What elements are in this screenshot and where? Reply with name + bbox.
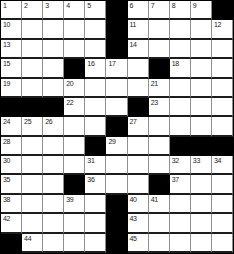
- clue-number: 24: [3, 118, 10, 125]
- white-cell[interactable]: [43, 40, 64, 59]
- white-cell[interactable]: [191, 117, 212, 136]
- clue-number: 12: [214, 21, 221, 28]
- white-cell[interactable]: [191, 79, 212, 98]
- white-cell[interactable]: [22, 20, 43, 39]
- white-cell[interactable]: [22, 79, 43, 98]
- clue-number: 9: [193, 2, 197, 9]
- white-cell[interactable]: 16: [85, 59, 106, 78]
- white-cell[interactable]: 33: [191, 156, 212, 175]
- black-cell: [212, 1, 233, 20]
- white-cell[interactable]: 18: [170, 59, 191, 78]
- white-cell[interactable]: 1: [1, 1, 22, 20]
- white-cell[interactable]: 37: [170, 175, 191, 194]
- white-cell[interactable]: [106, 79, 127, 98]
- white-cell[interactable]: 42: [1, 214, 22, 233]
- white-cell[interactable]: 44: [22, 234, 43, 253]
- white-cell[interactable]: [170, 117, 191, 136]
- white-cell[interactable]: 34: [212, 156, 233, 175]
- white-cell[interactable]: 28: [1, 137, 22, 156]
- clue-number: 30: [3, 157, 10, 164]
- clue-number: 21: [151, 80, 158, 87]
- clue-number: 6: [130, 2, 134, 9]
- white-cell[interactable]: 25: [22, 117, 43, 136]
- clue-number: 22: [66, 99, 73, 106]
- white-cell[interactable]: [212, 234, 233, 253]
- clue-number: 41: [151, 196, 158, 203]
- clue-number: 39: [66, 196, 73, 203]
- white-cell[interactable]: 29: [106, 137, 127, 156]
- white-cell[interactable]: [64, 137, 85, 156]
- white-cell[interactable]: [149, 137, 170, 156]
- white-cell[interactable]: 7: [149, 1, 170, 20]
- white-cell[interactable]: 40: [128, 195, 149, 214]
- white-cell[interactable]: 31: [85, 156, 106, 175]
- clue-number: 14: [130, 41, 137, 48]
- white-cell[interactable]: 3: [43, 1, 64, 20]
- white-cell[interactable]: 11: [128, 20, 149, 39]
- white-cell[interactable]: [43, 20, 64, 39]
- white-cell[interactable]: [22, 214, 43, 233]
- white-cell[interactable]: [149, 20, 170, 39]
- white-cell[interactable]: [43, 137, 64, 156]
- white-cell[interactable]: [149, 40, 170, 59]
- white-cell[interactable]: 35: [1, 175, 22, 194]
- clue-number: 17: [108, 60, 115, 67]
- white-cell[interactable]: [43, 214, 64, 233]
- white-cell[interactable]: [43, 79, 64, 98]
- clue-number: 40: [130, 196, 137, 203]
- white-cell[interactable]: 19: [1, 79, 22, 98]
- white-cell[interactable]: [170, 214, 191, 233]
- black-cell: [64, 175, 85, 194]
- white-cell[interactable]: [191, 20, 212, 39]
- white-cell[interactable]: [85, 234, 106, 253]
- clue-number: 33: [193, 157, 200, 164]
- white-cell[interactable]: [22, 175, 43, 194]
- white-cell[interactable]: [128, 79, 149, 98]
- black-cell: [1, 98, 22, 117]
- white-cell[interactable]: 36: [85, 175, 106, 194]
- white-cell[interactable]: [128, 156, 149, 175]
- black-cell: [106, 195, 127, 214]
- white-cell[interactable]: 21: [149, 79, 170, 98]
- white-cell[interactable]: 32: [170, 156, 191, 175]
- clue-number: 2: [24, 2, 28, 9]
- white-cell[interactable]: [85, 98, 106, 117]
- black-cell: [43, 98, 64, 117]
- white-cell[interactable]: [22, 195, 43, 214]
- white-cell[interactable]: [212, 175, 233, 194]
- white-cell[interactable]: [128, 137, 149, 156]
- clue-number: 29: [108, 138, 115, 145]
- white-cell[interactable]: [212, 40, 233, 59]
- white-cell[interactable]: [149, 214, 170, 233]
- white-cell[interactable]: [128, 59, 149, 78]
- white-cell[interactable]: [212, 79, 233, 98]
- crossword-grid: 1234567891011121314151617181920212223242…: [0, 0, 234, 254]
- clue-number: 20: [66, 80, 73, 87]
- black-cell: [106, 214, 127, 233]
- white-cell[interactable]: [85, 40, 106, 59]
- white-cell[interactable]: 12: [212, 20, 233, 39]
- white-cell[interactable]: [170, 195, 191, 214]
- white-cell[interactable]: [191, 234, 212, 253]
- white-cell[interactable]: [191, 98, 212, 117]
- white-cell[interactable]: [191, 214, 212, 233]
- black-cell: [22, 98, 43, 117]
- white-cell[interactable]: [170, 79, 191, 98]
- white-cell[interactable]: [64, 214, 85, 233]
- clue-number: 45: [130, 235, 137, 242]
- clue-number: 37: [172, 176, 179, 183]
- clue-number: 3: [45, 2, 49, 9]
- white-cell[interactable]: [212, 195, 233, 214]
- white-cell[interactable]: [106, 156, 127, 175]
- clue-number: 42: [3, 215, 10, 222]
- clue-number: 44: [24, 235, 31, 242]
- white-cell[interactable]: [43, 59, 64, 78]
- white-cell[interactable]: 9: [191, 1, 212, 20]
- white-cell[interactable]: [128, 175, 149, 194]
- white-cell[interactable]: 27: [128, 117, 149, 136]
- white-cell[interactable]: 24: [1, 117, 22, 136]
- black-cell: [106, 117, 127, 136]
- white-cell[interactable]: 22: [64, 98, 85, 117]
- white-cell[interactable]: [191, 175, 212, 194]
- white-cell[interactable]: 15: [1, 59, 22, 78]
- white-cell[interactable]: [85, 195, 106, 214]
- white-cell[interactable]: [22, 59, 43, 78]
- white-cell[interactable]: 4: [64, 1, 85, 20]
- white-cell[interactable]: [149, 156, 170, 175]
- clue-number: 25: [24, 118, 31, 125]
- clue-number: 31: [87, 157, 94, 164]
- clue-number: 4: [66, 2, 70, 9]
- white-cell[interactable]: 30: [1, 156, 22, 175]
- white-cell[interactable]: 20: [64, 79, 85, 98]
- clue-number: 10: [3, 21, 10, 28]
- white-cell[interactable]: [43, 234, 64, 253]
- clue-number: 28: [3, 138, 10, 145]
- white-cell[interactable]: [212, 59, 233, 78]
- white-cell[interactable]: [22, 156, 43, 175]
- white-cell[interactable]: [149, 234, 170, 253]
- black-cell: [106, 234, 127, 253]
- clue-number: 38: [3, 196, 10, 203]
- white-cell[interactable]: 5: [85, 1, 106, 20]
- white-cell[interactable]: [22, 137, 43, 156]
- white-cell[interactable]: 38: [1, 195, 22, 214]
- white-cell[interactable]: [64, 40, 85, 59]
- white-cell[interactable]: 2: [22, 1, 43, 20]
- white-cell[interactable]: 10: [1, 20, 22, 39]
- black-cell: [212, 137, 233, 156]
- black-cell: [85, 137, 106, 156]
- clue-number: 13: [3, 41, 10, 48]
- white-cell[interactable]: [212, 98, 233, 117]
- white-cell[interactable]: [64, 234, 85, 253]
- white-cell[interactable]: 6: [128, 1, 149, 20]
- white-cell[interactable]: [43, 175, 64, 194]
- white-cell[interactable]: [106, 175, 127, 194]
- clue-number: 7: [151, 2, 155, 9]
- black-cell: [106, 1, 127, 20]
- white-cell[interactable]: 14: [128, 40, 149, 59]
- white-cell[interactable]: [85, 79, 106, 98]
- white-cell[interactable]: [85, 117, 106, 136]
- white-cell[interactable]: [85, 214, 106, 233]
- white-cell[interactable]: 17: [106, 59, 127, 78]
- white-cell[interactable]: [64, 20, 85, 39]
- black-cell: [106, 20, 127, 39]
- white-cell[interactable]: [85, 20, 106, 39]
- white-cell[interactable]: 39: [64, 195, 85, 214]
- white-cell[interactable]: [149, 117, 170, 136]
- clue-number: 32: [172, 157, 179, 164]
- white-cell[interactable]: 13: [1, 40, 22, 59]
- clue-number: 23: [151, 99, 158, 106]
- white-cell[interactable]: [170, 20, 191, 39]
- white-cell[interactable]: 23: [149, 98, 170, 117]
- clue-number: 34: [214, 157, 221, 164]
- clue-number: 8: [172, 2, 176, 9]
- clue-number: 27: [130, 118, 137, 125]
- clue-number: 19: [3, 80, 10, 87]
- clue-number: 35: [3, 176, 10, 183]
- white-cell[interactable]: 41: [149, 195, 170, 214]
- white-cell[interactable]: [22, 40, 43, 59]
- clue-number: 18: [172, 60, 179, 67]
- clue-number: 1: [3, 2, 7, 9]
- white-cell[interactable]: 45: [128, 234, 149, 253]
- black-cell: [149, 175, 170, 194]
- white-cell[interactable]: [170, 234, 191, 253]
- white-cell[interactable]: [191, 195, 212, 214]
- white-cell[interactable]: [191, 40, 212, 59]
- black-cell: [191, 137, 212, 156]
- white-cell[interactable]: 8: [170, 1, 191, 20]
- white-cell[interactable]: [106, 98, 127, 117]
- white-cell[interactable]: [212, 214, 233, 233]
- clue-number: 5: [87, 2, 91, 9]
- black-cell: [128, 98, 149, 117]
- black-cell: [64, 59, 85, 78]
- clue-number: 11: [130, 21, 137, 28]
- white-cell[interactable]: [212, 117, 233, 136]
- clue-number: 43: [130, 215, 137, 222]
- clue-number: 36: [87, 176, 94, 183]
- white-cell[interactable]: [170, 98, 191, 117]
- clue-number: 15: [3, 60, 10, 67]
- white-cell[interactable]: [170, 40, 191, 59]
- clue-number: 26: [45, 118, 52, 125]
- black-cell: [170, 137, 191, 156]
- white-cell[interactable]: [43, 156, 64, 175]
- white-cell[interactable]: 26: [43, 117, 64, 136]
- black-cell: [1, 234, 22, 253]
- white-cell[interactable]: [64, 117, 85, 136]
- white-cell[interactable]: 43: [128, 214, 149, 233]
- white-cell[interactable]: [191, 59, 212, 78]
- white-cell[interactable]: [43, 195, 64, 214]
- white-cell[interactable]: [64, 156, 85, 175]
- clue-number: 16: [87, 60, 94, 67]
- black-cell: [106, 40, 127, 59]
- black-cell: [149, 59, 170, 78]
